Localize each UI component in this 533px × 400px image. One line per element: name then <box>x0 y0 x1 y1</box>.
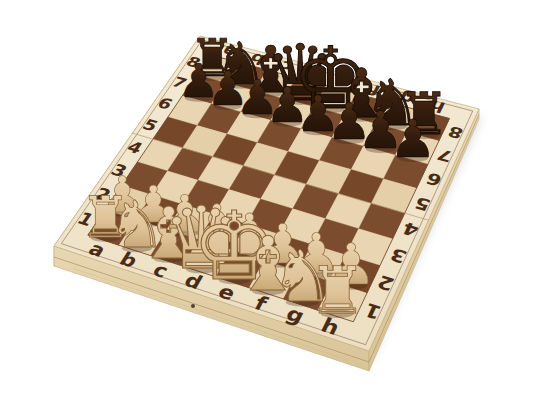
clasp-pin <box>191 304 195 308</box>
piece-black-pawn-h7[interactable]: ♟ <box>390 109 437 169</box>
photo-canvas: aabbccddeeffgghh1122334455667788♜♞♝♟♛♟♚♟… <box>0 0 533 400</box>
chessboard: aabbccddeeffgghh1122334455667788♜♞♝♟♛♟♚♟… <box>0 0 533 400</box>
piece-white-rook-h1[interactable]: ♜ <box>308 253 366 328</box>
